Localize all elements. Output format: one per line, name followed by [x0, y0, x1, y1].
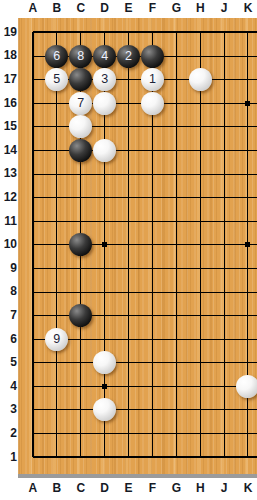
- intersection-J2[interactable]: [212, 422, 236, 446]
- stone-black-E18-move-2: 2: [117, 45, 140, 68]
- intersection-A3[interactable]: [21, 398, 45, 422]
- intersection-G8[interactable]: [164, 280, 188, 304]
- intersection-B16[interactable]: [45, 91, 69, 115]
- intersection-D15[interactable]: [93, 115, 117, 139]
- intersection-A8[interactable]: [21, 280, 45, 304]
- intersection-G18[interactable]: [164, 44, 188, 68]
- intersection-C6[interactable]: [69, 327, 93, 351]
- intersection-J8[interactable]: [212, 280, 236, 304]
- stone-black-B18-move-6: 6: [45, 45, 68, 68]
- intersection-B3[interactable]: [45, 398, 69, 422]
- intersection-D19[interactable]: [93, 21, 117, 45]
- intersection-D14[interactable]: [93, 139, 117, 163]
- intersection-F18[interactable]: [140, 44, 164, 68]
- intersection-G17[interactable]: [164, 68, 188, 92]
- intersection-K19[interactable]: [236, 21, 257, 45]
- intersection-E3[interactable]: [117, 398, 141, 422]
- intersection-F1[interactable]: [140, 445, 164, 469]
- intersection-E14[interactable]: [117, 139, 141, 163]
- intersection-H12[interactable]: [188, 186, 212, 210]
- intersection-C4[interactable]: [69, 375, 93, 399]
- intersection-F19[interactable]: [140, 21, 164, 45]
- col-label-top-C: C: [69, 2, 93, 15]
- intersection-A11[interactable]: [21, 209, 45, 233]
- row-label-8: 8: [1, 280, 17, 304]
- intersection-D1[interactable]: [93, 445, 117, 469]
- stone-white-D14: [93, 139, 116, 162]
- intersection-A15[interactable]: [21, 115, 45, 139]
- intersection-K18[interactable]: [236, 44, 257, 68]
- intersection-C17[interactable]: [69, 68, 93, 92]
- intersection-B2[interactable]: [45, 422, 69, 446]
- intersection-B10[interactable]: [45, 233, 69, 257]
- intersection-D13[interactable]: [93, 162, 117, 186]
- intersection-G2[interactable]: [164, 422, 188, 446]
- intersection-K16[interactable]: [236, 91, 257, 115]
- intersection-K4[interactable]: [236, 375, 257, 399]
- intersection-A9[interactable]: [21, 257, 45, 281]
- intersection-E13[interactable]: [117, 162, 141, 186]
- intersection-C16[interactable]: 7: [69, 91, 93, 115]
- col-label-top-D: D: [93, 2, 117, 15]
- intersection-B1[interactable]: [45, 445, 69, 469]
- intersection-D11[interactable]: [93, 209, 117, 233]
- hoshi-D10: [102, 242, 107, 247]
- intersection-F3[interactable]: [140, 398, 164, 422]
- intersection-H13[interactable]: [188, 162, 212, 186]
- intersection-J5[interactable]: [212, 351, 236, 375]
- intersection-C1[interactable]: [69, 445, 93, 469]
- intersection-A13[interactable]: [21, 162, 45, 186]
- intersection-H6[interactable]: [188, 327, 212, 351]
- board-grid: 684253179: [21, 21, 257, 469]
- row-label-13: 13: [1, 162, 17, 186]
- intersection-H7[interactable]: [188, 304, 212, 328]
- intersection-A17[interactable]: [21, 68, 45, 92]
- col-label-bottom-E: E: [117, 482, 141, 495]
- intersection-K2[interactable]: [236, 422, 257, 446]
- intersection-C19[interactable]: [69, 21, 93, 45]
- col-label-top-J: J: [212, 2, 236, 15]
- intersection-B7[interactable]: [45, 304, 69, 328]
- intersection-J13[interactable]: [212, 162, 236, 186]
- stone-white-D16: [93, 92, 116, 115]
- intersection-F15[interactable]: [140, 115, 164, 139]
- intersection-F10[interactable]: [140, 233, 164, 257]
- intersection-H1[interactable]: [188, 445, 212, 469]
- intersection-B18[interactable]: 6: [45, 44, 69, 68]
- intersection-E17[interactable]: [117, 68, 141, 92]
- col-label-bottom-A: A: [21, 482, 45, 495]
- col-label-top-F: F: [141, 2, 165, 15]
- intersection-B6[interactable]: 9: [45, 327, 69, 351]
- intersection-K15[interactable]: [236, 115, 257, 139]
- col-label-bottom-K: K: [236, 482, 257, 495]
- intersection-E4[interactable]: [117, 375, 141, 399]
- intersection-D8[interactable]: [93, 280, 117, 304]
- intersection-G12[interactable]: [164, 186, 188, 210]
- intersection-H17[interactable]: [188, 68, 212, 92]
- intersection-K14[interactable]: [236, 139, 257, 163]
- row-label-4: 4: [1, 375, 17, 399]
- intersection-F5[interactable]: [140, 351, 164, 375]
- intersection-A4[interactable]: [21, 375, 45, 399]
- intersection-G13[interactable]: [164, 162, 188, 186]
- intersection-G10[interactable]: [164, 233, 188, 257]
- intersection-B15[interactable]: [45, 115, 69, 139]
- intersection-B8[interactable]: [45, 280, 69, 304]
- intersection-G1[interactable]: [164, 445, 188, 469]
- intersection-A14[interactable]: [21, 139, 45, 163]
- intersection-G15[interactable]: [164, 115, 188, 139]
- intersection-C13[interactable]: [69, 162, 93, 186]
- intersection-K10[interactable]: [236, 233, 257, 257]
- row-label-1: 1: [1, 446, 17, 470]
- intersection-H11[interactable]: [188, 209, 212, 233]
- intersection-E9[interactable]: [117, 257, 141, 281]
- intersection-H19[interactable]: [188, 21, 212, 45]
- stone-white-D17-move-3: 3: [93, 68, 116, 91]
- intersection-E16[interactable]: [117, 91, 141, 115]
- stone-black-C7: [69, 304, 92, 327]
- intersection-J10[interactable]: [212, 233, 236, 257]
- col-label-bottom-B: B: [45, 482, 69, 495]
- intersection-K8[interactable]: [236, 280, 257, 304]
- intersection-K11[interactable]: [236, 209, 257, 233]
- row-label-7: 7: [1, 304, 17, 328]
- intersection-D10[interactable]: [93, 233, 117, 257]
- intersection-E7[interactable]: [117, 304, 141, 328]
- stone-black-D18-move-4: 4: [93, 45, 116, 68]
- stone-white-D5: [93, 351, 116, 374]
- intersection-J17[interactable]: [212, 68, 236, 92]
- intersection-F7[interactable]: [140, 304, 164, 328]
- intersection-A19[interactable]: [21, 21, 45, 45]
- intersection-A6[interactable]: [21, 327, 45, 351]
- intersection-C9[interactable]: [69, 257, 93, 281]
- intersection-E2[interactable]: [117, 422, 141, 446]
- intersection-E5[interactable]: [117, 351, 141, 375]
- intersection-B4[interactable]: [45, 375, 69, 399]
- col-label-bottom-D: D: [93, 482, 117, 495]
- intersection-F8[interactable]: [140, 280, 164, 304]
- intersection-C7[interactable]: [69, 304, 93, 328]
- intersection-H5[interactable]: [188, 351, 212, 375]
- col-label-top-E: E: [117, 2, 141, 15]
- intersection-A5[interactable]: [21, 351, 45, 375]
- row-label-19: 19: [1, 21, 17, 45]
- stone-white-F17-move-1: 1: [141, 68, 164, 91]
- row-label-10: 10: [1, 233, 17, 257]
- intersection-J1[interactable]: [212, 445, 236, 469]
- intersection-E18[interactable]: 2: [117, 44, 141, 68]
- intersection-B5[interactable]: [45, 351, 69, 375]
- intersection-B17[interactable]: 5: [45, 68, 69, 92]
- intersection-E12[interactable]: [117, 186, 141, 210]
- intersection-A10[interactable]: [21, 233, 45, 257]
- intersection-H9[interactable]: [188, 257, 212, 281]
- intersection-C14[interactable]: [69, 139, 93, 163]
- intersection-F14[interactable]: [140, 139, 164, 163]
- row-label-15: 15: [1, 115, 17, 139]
- intersection-K7[interactable]: [236, 304, 257, 328]
- intersection-J14[interactable]: [212, 139, 236, 163]
- intersection-B13[interactable]: [45, 162, 69, 186]
- row-label-6: 6: [1, 328, 17, 352]
- row-label-5: 5: [1, 351, 17, 375]
- col-label-top-K: K: [236, 2, 257, 15]
- intersection-J3[interactable]: [212, 398, 236, 422]
- stone-black-F18: [141, 45, 164, 68]
- stone-black-C18-move-8: 8: [69, 45, 92, 68]
- intersection-F4[interactable]: [140, 375, 164, 399]
- intersection-D9[interactable]: [93, 257, 117, 281]
- intersection-D16[interactable]: [93, 91, 117, 115]
- intersection-A16[interactable]: [21, 91, 45, 115]
- col-label-bottom-C: C: [69, 482, 93, 495]
- hoshi-K16: [245, 101, 250, 106]
- intersection-K9[interactable]: [236, 257, 257, 281]
- stone-white-C15: [69, 115, 92, 138]
- intersection-J7[interactable]: [212, 304, 236, 328]
- intersection-G6[interactable]: [164, 327, 188, 351]
- intersection-D12[interactable]: [93, 186, 117, 210]
- intersection-B14[interactable]: [45, 139, 69, 163]
- intersection-K3[interactable]: [236, 398, 257, 422]
- intersection-D7[interactable]: [93, 304, 117, 328]
- intersection-K5[interactable]: [236, 351, 257, 375]
- intersection-J11[interactable]: [212, 209, 236, 233]
- row-label-11: 11: [1, 210, 17, 234]
- intersection-K13[interactable]: [236, 162, 257, 186]
- col-label-bottom-H: H: [188, 482, 212, 495]
- intersection-G3[interactable]: [164, 398, 188, 422]
- intersection-G14[interactable]: [164, 139, 188, 163]
- intersection-E19[interactable]: [117, 21, 141, 45]
- intersection-J9[interactable]: [212, 257, 236, 281]
- intersection-H4[interactable]: [188, 375, 212, 399]
- intersection-D18[interactable]: 4: [93, 44, 117, 68]
- intersection-H18[interactable]: [188, 44, 212, 68]
- intersection-G5[interactable]: [164, 351, 188, 375]
- intersection-G19[interactable]: [164, 21, 188, 45]
- intersection-E8[interactable]: [117, 280, 141, 304]
- intersection-G11[interactable]: [164, 209, 188, 233]
- intersection-E15[interactable]: [117, 115, 141, 139]
- intersection-F17[interactable]: 1: [140, 68, 164, 92]
- intersection-K12[interactable]: [236, 186, 257, 210]
- intersection-F9[interactable]: [140, 257, 164, 281]
- row-label-17: 17: [1, 68, 17, 92]
- intersection-D3[interactable]: [93, 398, 117, 422]
- intersection-B11[interactable]: [45, 209, 69, 233]
- row-label-2: 2: [1, 422, 17, 446]
- intersection-G4[interactable]: [164, 375, 188, 399]
- intersection-J18[interactable]: [212, 44, 236, 68]
- intersection-F6[interactable]: [140, 327, 164, 351]
- intersection-G7[interactable]: [164, 304, 188, 328]
- intersection-E11[interactable]: [117, 209, 141, 233]
- go-board-diagram: 684253179 AABBCCDDEEFFGGHHJJKK1918171615…: [0, 0, 257, 500]
- intersection-F13[interactable]: [140, 162, 164, 186]
- col-label-bottom-J: J: [212, 482, 236, 495]
- stone-white-D3: [93, 398, 116, 421]
- stone-white-H17: [189, 68, 212, 91]
- intersection-E10[interactable]: [117, 233, 141, 257]
- intersection-K6[interactable]: [236, 327, 257, 351]
- intersection-F11[interactable]: [140, 209, 164, 233]
- intersection-C5[interactable]: [69, 351, 93, 375]
- hoshi-K10: [245, 242, 250, 247]
- stone-black-C10: [69, 233, 92, 256]
- col-label-top-H: H: [188, 2, 212, 15]
- stone-white-K4: [236, 375, 257, 398]
- row-label-18: 18: [1, 44, 17, 68]
- intersection-D6[interactable]: [93, 327, 117, 351]
- intersection-K1[interactable]: [236, 445, 257, 469]
- col-label-top-B: B: [45, 2, 69, 15]
- intersection-J4[interactable]: [212, 375, 236, 399]
- row-label-14: 14: [1, 139, 17, 163]
- intersection-G16[interactable]: [164, 91, 188, 115]
- stone-black-C17: [69, 68, 92, 91]
- intersection-G9[interactable]: [164, 257, 188, 281]
- stone-white-C16-move-7: 7: [69, 92, 92, 115]
- intersection-F16[interactable]: [140, 91, 164, 115]
- row-label-3: 3: [1, 398, 17, 422]
- intersection-H3[interactable]: [188, 398, 212, 422]
- intersection-A18[interactable]: [21, 44, 45, 68]
- intersection-B19[interactable]: [45, 21, 69, 45]
- intersection-H8[interactable]: [188, 280, 212, 304]
- intersection-J15[interactable]: [212, 115, 236, 139]
- intersection-H10[interactable]: [188, 233, 212, 257]
- hoshi-D4: [102, 384, 107, 389]
- intersection-C12[interactable]: [69, 186, 93, 210]
- intersection-C18[interactable]: 8: [69, 44, 93, 68]
- intersection-C10[interactable]: [69, 233, 93, 257]
- col-label-bottom-F: F: [141, 482, 165, 495]
- col-label-bottom-G: G: [164, 482, 188, 495]
- intersection-J19[interactable]: [212, 21, 236, 45]
- intersection-H2[interactable]: [188, 422, 212, 446]
- row-label-16: 16: [1, 92, 17, 116]
- col-label-top-G: G: [164, 2, 188, 15]
- intersection-D4[interactable]: [93, 375, 117, 399]
- stone-white-B17-move-5: 5: [45, 68, 68, 91]
- intersection-H16[interactable]: [188, 91, 212, 115]
- row-label-12: 12: [1, 186, 17, 210]
- intersection-A12[interactable]: [21, 186, 45, 210]
- intersection-H14[interactable]: [188, 139, 212, 163]
- intersection-A1[interactable]: [21, 445, 45, 469]
- intersection-F12[interactable]: [140, 186, 164, 210]
- intersection-C8[interactable]: [69, 280, 93, 304]
- intersection-A2[interactable]: [21, 422, 45, 446]
- intersection-D17[interactable]: 3: [93, 68, 117, 92]
- intersection-F2[interactable]: [140, 422, 164, 446]
- intersection-J6[interactable]: [212, 327, 236, 351]
- intersection-C15[interactable]: [69, 115, 93, 139]
- intersection-B12[interactable]: [45, 186, 69, 210]
- intersection-J16[interactable]: [212, 91, 236, 115]
- stone-white-B6-move-9: 9: [45, 328, 68, 351]
- intersection-A7[interactable]: [21, 304, 45, 328]
- intersection-C2[interactable]: [69, 422, 93, 446]
- intersection-D5[interactable]: [93, 351, 117, 375]
- row-label-9: 9: [1, 257, 17, 281]
- stone-black-C14: [69, 139, 92, 162]
- intersection-C3[interactable]: [69, 398, 93, 422]
- intersection-D2[interactable]: [93, 422, 117, 446]
- col-label-top-A: A: [21, 2, 45, 15]
- intersection-J12[interactable]: [212, 186, 236, 210]
- intersection-E1[interactable]: [117, 445, 141, 469]
- intersection-C11[interactable]: [69, 209, 93, 233]
- intersection-B9[interactable]: [45, 257, 69, 281]
- intersection-E6[interactable]: [117, 327, 141, 351]
- stone-white-F16: [141, 92, 164, 115]
- intersection-K17[interactable]: [236, 68, 257, 92]
- intersection-H15[interactable]: [188, 115, 212, 139]
